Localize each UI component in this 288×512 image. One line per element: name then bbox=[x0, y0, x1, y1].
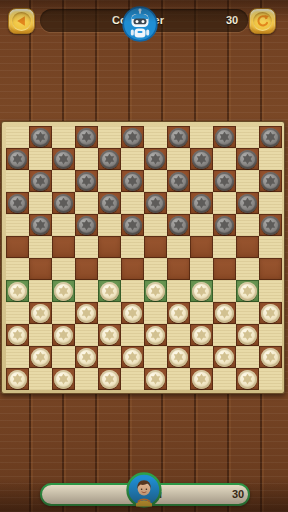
board-cell[interactable] bbox=[144, 368, 167, 390]
dark-piece[interactable] bbox=[8, 150, 27, 169]
piece-star-emboss bbox=[173, 220, 184, 231]
board-cell bbox=[98, 302, 121, 324]
board-cell[interactable] bbox=[29, 346, 52, 368]
board-cell bbox=[190, 214, 213, 236]
board-cell bbox=[236, 126, 259, 148]
board-cell bbox=[6, 346, 29, 368]
dark-piece[interactable] bbox=[123, 128, 142, 147]
board-cell bbox=[144, 258, 167, 280]
light-piece[interactable] bbox=[169, 304, 188, 323]
board-cell bbox=[75, 236, 98, 258]
board-cell[interactable] bbox=[121, 258, 144, 280]
light-piece[interactable] bbox=[192, 326, 211, 345]
light-piece[interactable] bbox=[146, 282, 165, 301]
board-cell[interactable] bbox=[98, 148, 121, 170]
piece-star-emboss bbox=[242, 286, 253, 297]
light-piece[interactable] bbox=[192, 370, 211, 389]
board-cell[interactable] bbox=[213, 214, 236, 236]
board-cell bbox=[75, 280, 98, 302]
board-cell bbox=[167, 236, 190, 258]
board-cell[interactable] bbox=[259, 258, 282, 280]
light-piece[interactable] bbox=[100, 326, 119, 345]
piece-star-emboss bbox=[242, 330, 253, 341]
board-cell[interactable] bbox=[6, 280, 29, 302]
piece-star-emboss bbox=[35, 132, 46, 143]
board-cell bbox=[52, 346, 75, 368]
board-cell bbox=[121, 368, 144, 390]
piece-star-emboss bbox=[127, 176, 138, 187]
dark-piece[interactable] bbox=[77, 172, 96, 191]
board-cell bbox=[190, 346, 213, 368]
board-cell bbox=[259, 368, 282, 390]
light-piece[interactable] bbox=[54, 370, 73, 389]
dark-piece[interactable] bbox=[238, 194, 257, 213]
board-cell[interactable] bbox=[29, 258, 52, 280]
board-cell bbox=[29, 192, 52, 214]
board-cell bbox=[259, 280, 282, 302]
piece-star-emboss bbox=[150, 154, 161, 165]
player-avatar bbox=[126, 472, 162, 508]
board-cell[interactable] bbox=[75, 214, 98, 236]
board-cell bbox=[190, 126, 213, 148]
piece-star-emboss bbox=[150, 330, 161, 341]
board-cell[interactable] bbox=[75, 302, 98, 324]
piece-star-emboss bbox=[58, 198, 69, 209]
board-cell bbox=[259, 148, 282, 170]
board-cell[interactable] bbox=[259, 126, 282, 148]
board-cell bbox=[29, 368, 52, 390]
dark-piece[interactable] bbox=[261, 172, 280, 191]
board-cell[interactable] bbox=[121, 302, 144, 324]
board-cell bbox=[29, 324, 52, 346]
board-cell[interactable] bbox=[6, 148, 29, 170]
piece-star-emboss bbox=[35, 176, 46, 187]
board-cell[interactable] bbox=[167, 126, 190, 148]
board-cell[interactable] bbox=[52, 148, 75, 170]
piece-star-emboss bbox=[196, 374, 207, 385]
piece-star-emboss bbox=[12, 198, 23, 209]
board-cell bbox=[167, 368, 190, 390]
board-cell[interactable] bbox=[121, 346, 144, 368]
board-cell[interactable] bbox=[52, 236, 75, 258]
light-piece[interactable] bbox=[54, 326, 73, 345]
board-cell bbox=[75, 368, 98, 390]
board-cell[interactable] bbox=[236, 148, 259, 170]
board-cell bbox=[52, 170, 75, 192]
board-cell[interactable] bbox=[144, 236, 167, 258]
board-cell[interactable] bbox=[121, 214, 144, 236]
piece-star-emboss bbox=[196, 198, 207, 209]
board-cell bbox=[98, 170, 121, 192]
board-cell bbox=[75, 148, 98, 170]
board-cell[interactable] bbox=[167, 346, 190, 368]
board-cell bbox=[98, 126, 121, 148]
board-cell bbox=[259, 192, 282, 214]
light-piece[interactable] bbox=[100, 370, 119, 389]
board-cell bbox=[98, 214, 121, 236]
board-cell[interactable] bbox=[52, 324, 75, 346]
board-cell[interactable] bbox=[190, 148, 213, 170]
piece-star-emboss bbox=[12, 330, 23, 341]
board-cell[interactable] bbox=[144, 192, 167, 214]
board-cell bbox=[144, 170, 167, 192]
board-cell[interactable] bbox=[236, 192, 259, 214]
board-cell[interactable] bbox=[167, 214, 190, 236]
board-cell bbox=[236, 258, 259, 280]
player-piece-count: 30 bbox=[158, 485, 288, 504]
piece-star-emboss bbox=[35, 308, 46, 319]
restart-button[interactable] bbox=[249, 8, 276, 34]
dark-piece[interactable] bbox=[54, 194, 73, 213]
board-cell[interactable] bbox=[259, 346, 282, 368]
piece-star-emboss bbox=[242, 198, 253, 209]
board-cell bbox=[213, 368, 236, 390]
dark-piece[interactable] bbox=[77, 216, 96, 235]
dark-piece[interactable] bbox=[31, 216, 50, 235]
board-cell[interactable] bbox=[98, 324, 121, 346]
back-arrow-icon bbox=[16, 15, 28, 27]
board-cell[interactable] bbox=[6, 368, 29, 390]
board-cell bbox=[190, 302, 213, 324]
light-piece[interactable] bbox=[215, 348, 234, 367]
piece-star-emboss bbox=[81, 132, 92, 143]
board-cell[interactable] bbox=[144, 324, 167, 346]
piece-star-emboss bbox=[173, 176, 184, 187]
board-cell[interactable] bbox=[75, 258, 98, 280]
board-cell bbox=[213, 192, 236, 214]
light-piece[interactable] bbox=[261, 304, 280, 323]
board-cell bbox=[190, 258, 213, 280]
board-cell[interactable] bbox=[98, 280, 121, 302]
board-cell[interactable] bbox=[236, 280, 259, 302]
board-cell[interactable] bbox=[6, 324, 29, 346]
light-piece[interactable] bbox=[31, 348, 50, 367]
board-cell bbox=[98, 258, 121, 280]
board-cell bbox=[29, 148, 52, 170]
dark-piece[interactable] bbox=[100, 194, 119, 213]
light-piece[interactable] bbox=[169, 348, 188, 367]
board-cell bbox=[213, 236, 236, 258]
board-cell bbox=[121, 280, 144, 302]
board-cell[interactable] bbox=[167, 302, 190, 324]
board-cell bbox=[75, 192, 98, 214]
dark-piece[interactable] bbox=[261, 128, 280, 147]
piece-star-emboss bbox=[219, 308, 230, 319]
board-cell bbox=[259, 236, 282, 258]
dark-piece[interactable] bbox=[215, 128, 234, 147]
dark-piece[interactable] bbox=[215, 172, 234, 191]
dark-piece[interactable] bbox=[123, 216, 142, 235]
board-cell bbox=[236, 346, 259, 368]
restart-button-inner bbox=[253, 12, 272, 31]
board-cell[interactable] bbox=[190, 280, 213, 302]
board-cell bbox=[29, 236, 52, 258]
board-cell[interactable] bbox=[213, 170, 236, 192]
dark-piece[interactable] bbox=[192, 194, 211, 213]
dark-piece[interactable] bbox=[238, 150, 257, 169]
dark-piece[interactable] bbox=[169, 216, 188, 235]
board-cell bbox=[75, 324, 98, 346]
piece-star-emboss bbox=[196, 330, 207, 341]
board-cell[interactable] bbox=[259, 214, 282, 236]
board-cell bbox=[6, 302, 29, 324]
board-cell[interactable] bbox=[29, 214, 52, 236]
board-cell bbox=[236, 214, 259, 236]
light-piece[interactable] bbox=[215, 304, 234, 323]
dark-piece[interactable] bbox=[192, 150, 211, 169]
light-piece[interactable] bbox=[146, 326, 165, 345]
piece-star-emboss bbox=[242, 154, 253, 165]
board-cell[interactable] bbox=[121, 170, 144, 192]
piece-star-emboss bbox=[265, 352, 276, 363]
piece-star-emboss bbox=[35, 220, 46, 231]
board-cell[interactable] bbox=[52, 368, 75, 390]
light-piece[interactable] bbox=[100, 282, 119, 301]
dark-piece[interactable] bbox=[169, 128, 188, 147]
board-cell bbox=[121, 324, 144, 346]
dark-piece[interactable] bbox=[31, 172, 50, 191]
dark-piece[interactable] bbox=[123, 172, 142, 191]
board-cell bbox=[98, 346, 121, 368]
board-cell[interactable] bbox=[236, 324, 259, 346]
piece-star-emboss bbox=[265, 308, 276, 319]
light-piece[interactable] bbox=[8, 326, 27, 345]
board-cell[interactable] bbox=[236, 236, 259, 258]
piece-star-emboss bbox=[104, 374, 115, 385]
piece-star-emboss bbox=[81, 308, 92, 319]
piece-star-emboss bbox=[81, 176, 92, 187]
board-cell[interactable] bbox=[29, 170, 52, 192]
board-cell bbox=[167, 324, 190, 346]
board-cell[interactable] bbox=[190, 236, 213, 258]
piece-star-emboss bbox=[12, 374, 23, 385]
light-piece[interactable] bbox=[238, 282, 257, 301]
board-cell bbox=[52, 258, 75, 280]
board-cell bbox=[6, 214, 29, 236]
piece-star-emboss bbox=[127, 308, 138, 319]
dark-piece[interactable] bbox=[54, 150, 73, 169]
piece-star-emboss bbox=[104, 198, 115, 209]
piece-star-emboss bbox=[173, 308, 184, 319]
piece-star-emboss bbox=[81, 352, 92, 363]
board bbox=[6, 126, 282, 390]
piece-star-emboss bbox=[104, 286, 115, 297]
piece-star-emboss bbox=[12, 286, 23, 297]
board-cell bbox=[144, 214, 167, 236]
board-cell bbox=[52, 214, 75, 236]
piece-star-emboss bbox=[35, 352, 46, 363]
piece-star-emboss bbox=[219, 132, 230, 143]
piece-star-emboss bbox=[265, 132, 276, 143]
light-piece[interactable] bbox=[8, 282, 27, 301]
light-piece[interactable] bbox=[8, 370, 27, 389]
board-cell[interactable] bbox=[190, 324, 213, 346]
light-piece[interactable] bbox=[123, 348, 142, 367]
light-piece[interactable] bbox=[77, 304, 96, 323]
board-cell[interactable] bbox=[98, 236, 121, 258]
piece-star-emboss bbox=[58, 286, 69, 297]
restart-arrow-icon bbox=[256, 14, 270, 28]
piece-star-emboss bbox=[265, 176, 276, 187]
board-cell[interactable] bbox=[98, 368, 121, 390]
board-cell[interactable] bbox=[190, 368, 213, 390]
board-cell[interactable] bbox=[52, 192, 75, 214]
board-cell[interactable] bbox=[75, 346, 98, 368]
board-cell[interactable] bbox=[213, 346, 236, 368]
board-cell bbox=[144, 302, 167, 324]
light-piece[interactable] bbox=[54, 282, 73, 301]
light-piece[interactable] bbox=[238, 370, 257, 389]
board-cell bbox=[236, 302, 259, 324]
board-cell bbox=[213, 280, 236, 302]
dark-piece[interactable] bbox=[215, 216, 234, 235]
board-cell[interactable] bbox=[167, 258, 190, 280]
dark-piece[interactable] bbox=[8, 194, 27, 213]
piece-star-emboss bbox=[127, 132, 138, 143]
piece-star-emboss bbox=[196, 286, 207, 297]
board-cell[interactable] bbox=[144, 148, 167, 170]
board-cell[interactable] bbox=[98, 192, 121, 214]
board-cell bbox=[121, 192, 144, 214]
board-cell bbox=[6, 126, 29, 148]
board-cell[interactable] bbox=[259, 302, 282, 324]
board-cell bbox=[259, 324, 282, 346]
board-cell[interactable] bbox=[52, 280, 75, 302]
piece-star-emboss bbox=[219, 220, 230, 231]
board-cell[interactable] bbox=[29, 302, 52, 324]
piece-star-emboss bbox=[127, 352, 138, 363]
piece-star-emboss bbox=[173, 132, 184, 143]
light-piece[interactable] bbox=[146, 370, 165, 389]
light-piece[interactable] bbox=[77, 348, 96, 367]
dark-piece[interactable] bbox=[146, 194, 165, 213]
board-cell bbox=[167, 280, 190, 302]
board-cell bbox=[144, 126, 167, 148]
board-cell[interactable] bbox=[75, 170, 98, 192]
light-piece[interactable] bbox=[192, 282, 211, 301]
board-cell bbox=[213, 324, 236, 346]
dark-piece[interactable] bbox=[146, 150, 165, 169]
piece-star-emboss bbox=[81, 220, 92, 231]
dark-piece[interactable] bbox=[77, 128, 96, 147]
board-cell bbox=[167, 192, 190, 214]
piece-star-emboss bbox=[150, 374, 161, 385]
board-cell bbox=[121, 236, 144, 258]
dark-piece[interactable] bbox=[261, 216, 280, 235]
piece-star-emboss bbox=[12, 154, 23, 165]
dark-piece[interactable] bbox=[169, 172, 188, 191]
board-cell bbox=[52, 302, 75, 324]
back-button[interactable] bbox=[8, 8, 35, 34]
board-cell bbox=[121, 148, 144, 170]
piece-star-emboss bbox=[265, 220, 276, 231]
board-cell bbox=[190, 170, 213, 192]
board-cell bbox=[6, 170, 29, 192]
board-cell[interactable] bbox=[6, 192, 29, 214]
board-cell[interactable] bbox=[213, 126, 236, 148]
light-piece[interactable] bbox=[261, 348, 280, 367]
light-piece[interactable] bbox=[238, 326, 257, 345]
board-cell[interactable] bbox=[213, 258, 236, 280]
robot-avatar bbox=[122, 6, 158, 42]
piece-star-emboss bbox=[196, 154, 207, 165]
board-cell[interactable] bbox=[75, 126, 98, 148]
piece-star-emboss bbox=[150, 198, 161, 209]
piece-star-emboss bbox=[219, 176, 230, 187]
light-piece[interactable] bbox=[123, 304, 142, 323]
piece-star-emboss bbox=[58, 154, 69, 165]
board-cell bbox=[29, 280, 52, 302]
dark-piece[interactable] bbox=[100, 150, 119, 169]
piece-star-emboss bbox=[104, 330, 115, 341]
board-cell bbox=[6, 258, 29, 280]
piece-star-emboss bbox=[127, 220, 138, 231]
light-piece[interactable] bbox=[31, 304, 50, 323]
board-cell bbox=[52, 126, 75, 148]
board-cell bbox=[167, 148, 190, 170]
board-cell bbox=[236, 170, 259, 192]
board-cell[interactable] bbox=[29, 126, 52, 148]
board-cell bbox=[144, 346, 167, 368]
board-cell[interactable] bbox=[144, 280, 167, 302]
piece-star-emboss bbox=[58, 374, 69, 385]
board-cell[interactable] bbox=[213, 302, 236, 324]
app-screen: Computer 30 You 30 bbox=[0, 0, 288, 512]
piece-star-emboss bbox=[173, 352, 184, 363]
board-cell[interactable] bbox=[236, 368, 259, 390]
piece-star-emboss bbox=[58, 330, 69, 341]
board-cell[interactable] bbox=[6, 236, 29, 258]
board-cell bbox=[213, 148, 236, 170]
piece-star-emboss bbox=[104, 154, 115, 165]
piece-star-emboss bbox=[242, 374, 253, 385]
board-cell[interactable] bbox=[121, 126, 144, 148]
board-cell[interactable] bbox=[190, 192, 213, 214]
piece-star-emboss bbox=[150, 286, 161, 297]
board-cell[interactable] bbox=[167, 170, 190, 192]
back-button-inner bbox=[12, 12, 31, 31]
board-cell[interactable] bbox=[259, 170, 282, 192]
dark-piece[interactable] bbox=[31, 128, 50, 147]
piece-star-emboss bbox=[219, 352, 230, 363]
